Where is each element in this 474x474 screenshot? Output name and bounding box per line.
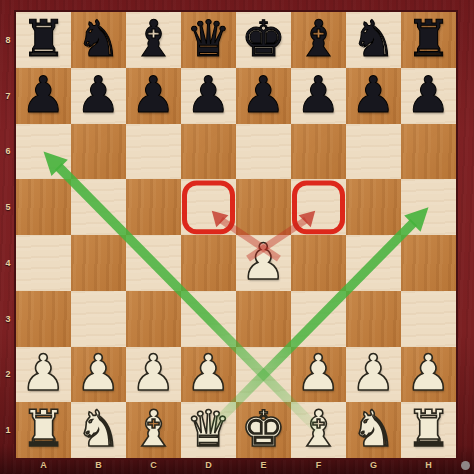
square-d2[interactable]: ♟ — [181, 347, 236, 403]
piece-black-pawn[interactable]: ♟ — [186, 70, 231, 120]
square-g8[interactable]: ♞ — [346, 12, 401, 68]
piece-white-pawn[interactable]: ♟ — [296, 348, 341, 398]
square-e3[interactable] — [236, 291, 291, 347]
rank-label-6: 6 — [0, 124, 16, 180]
square-c6[interactable] — [126, 124, 181, 180]
square-c8[interactable]: ♝ — [126, 12, 181, 68]
square-d5[interactable] — [181, 179, 236, 235]
square-c5[interactable] — [126, 179, 181, 235]
square-b8[interactable]: ♞ — [71, 12, 126, 68]
square-b5[interactable] — [71, 179, 126, 235]
square-e1[interactable]: ♚ — [236, 402, 291, 458]
square-h3[interactable] — [401, 291, 456, 347]
square-e4[interactable]: ♟ — [236, 235, 291, 291]
square-d1[interactable]: ♛ — [181, 402, 236, 458]
piece-black-pawn[interactable]: ♟ — [21, 70, 66, 120]
piece-black-rook[interactable]: ♜ — [21, 14, 66, 64]
file-label-c: C — [126, 458, 181, 471]
square-a5[interactable] — [16, 179, 71, 235]
square-f2[interactable]: ♟ — [291, 347, 346, 403]
board: ♜♞♝♛♚♝♞♜♟♟♟♟♟♟♟♟♟♟♟♟♟♟♟♟♜♞♝♛♚♝♞♜ — [16, 12, 456, 458]
piece-white-bishop[interactable]: ♝ — [131, 404, 176, 454]
square-c3[interactable] — [126, 291, 181, 347]
piece-black-pawn[interactable]: ♟ — [406, 70, 451, 120]
square-a3[interactable] — [16, 291, 71, 347]
square-h2[interactable]: ♟ — [401, 347, 456, 403]
square-d6[interactable] — [181, 124, 236, 180]
rank-label-7: 7 — [0, 68, 16, 124]
square-g6[interactable] — [346, 124, 401, 180]
piece-white-pawn[interactable]: ♟ — [131, 348, 176, 398]
file-label-a: A — [16, 458, 71, 471]
piece-white-queen[interactable]: ♛ — [186, 404, 231, 454]
square-e8[interactable]: ♚ — [236, 12, 291, 68]
piece-white-pawn[interactable]: ♟ — [21, 348, 66, 398]
square-f4[interactable] — [291, 235, 346, 291]
square-f3[interactable] — [291, 291, 346, 347]
file-label-b: B — [71, 458, 126, 471]
piece-black-pawn[interactable]: ♟ — [296, 70, 341, 120]
piece-white-rook[interactable]: ♜ — [406, 404, 451, 454]
square-b4[interactable] — [71, 235, 126, 291]
square-e2[interactable] — [236, 347, 291, 403]
rank-label-3: 3 — [0, 291, 16, 347]
square-c2[interactable]: ♟ — [126, 347, 181, 403]
piece-white-pawn[interactable]: ♟ — [406, 348, 451, 398]
square-h7[interactable]: ♟ — [401, 68, 456, 124]
corner-dot — [461, 461, 470, 470]
piece-black-knight[interactable]: ♞ — [76, 14, 121, 64]
square-g4[interactable] — [346, 235, 401, 291]
piece-white-pawn[interactable]: ♟ — [351, 348, 396, 398]
square-a4[interactable] — [16, 235, 71, 291]
piece-black-rook[interactable]: ♜ — [406, 14, 451, 64]
square-h6[interactable] — [401, 124, 456, 180]
piece-black-knight[interactable]: ♞ — [351, 14, 396, 64]
square-f8[interactable]: ♝ — [291, 12, 346, 68]
piece-black-king[interactable]: ♚ — [241, 14, 286, 64]
piece-black-bishop[interactable]: ♝ — [296, 14, 341, 64]
square-d7[interactable]: ♟ — [181, 68, 236, 124]
piece-white-king[interactable]: ♚ — [241, 404, 286, 454]
rank-label-5: 5 — [0, 179, 16, 235]
square-e5[interactable] — [236, 179, 291, 235]
square-h1[interactable]: ♜ — [401, 402, 456, 458]
square-d4[interactable] — [181, 235, 236, 291]
rank-labels: 87654321 — [0, 12, 16, 458]
file-label-d: D — [181, 458, 236, 471]
file-label-f: F — [291, 458, 346, 471]
square-a6[interactable] — [16, 124, 71, 180]
piece-white-knight[interactable]: ♞ — [76, 404, 121, 454]
square-g5[interactable] — [346, 179, 401, 235]
square-b6[interactable] — [71, 124, 126, 180]
piece-white-pawn[interactable]: ♟ — [76, 348, 121, 398]
square-c7[interactable]: ♟ — [126, 68, 181, 124]
square-g2[interactable]: ♟ — [346, 347, 401, 403]
piece-black-pawn[interactable]: ♟ — [351, 70, 396, 120]
square-b3[interactable] — [71, 291, 126, 347]
file-label-g: G — [346, 458, 401, 471]
square-f7[interactable]: ♟ — [291, 68, 346, 124]
square-h5[interactable] — [401, 179, 456, 235]
square-f6[interactable] — [291, 124, 346, 180]
square-g3[interactable] — [346, 291, 401, 347]
square-c4[interactable] — [126, 235, 181, 291]
piece-black-pawn[interactable]: ♟ — [241, 70, 286, 120]
piece-white-knight[interactable]: ♞ — [351, 404, 396, 454]
piece-white-rook[interactable]: ♜ — [21, 404, 66, 454]
square-a8[interactable]: ♜ — [16, 12, 71, 68]
square-g1[interactable]: ♞ — [346, 402, 401, 458]
rank-label-2: 2 — [0, 347, 16, 403]
square-b2[interactable]: ♟ — [71, 347, 126, 403]
file-label-e: E — [236, 458, 291, 471]
square-h8[interactable]: ♜ — [401, 12, 456, 68]
chess-board-screenshot: ♜♞♝♛♚♝♞♜♟♟♟♟♟♟♟♟♟♟♟♟♟♟♟♟♜♞♝♛♚♝♞♜ 8765432… — [0, 0, 474, 474]
piece-black-pawn[interactable]: ♟ — [131, 70, 176, 120]
square-a1[interactable]: ♜ — [16, 402, 71, 458]
rank-label-8: 8 — [0, 12, 16, 68]
file-labels: ABCDEFGH — [16, 458, 456, 471]
rank-label-1: 1 — [0, 402, 16, 458]
piece-white-bishop[interactable]: ♝ — [296, 404, 341, 454]
file-label-h: H — [401, 458, 456, 471]
piece-black-pawn[interactable]: ♟ — [76, 70, 121, 120]
piece-black-queen[interactable]: ♛ — [186, 14, 231, 64]
square-c1[interactable]: ♝ — [126, 402, 181, 458]
piece-black-bishop[interactable]: ♝ — [131, 14, 176, 64]
square-f1[interactable]: ♝ — [291, 402, 346, 458]
square-d3[interactable] — [181, 291, 236, 347]
square-a2[interactable]: ♟ — [16, 347, 71, 403]
square-e7[interactable]: ♟ — [236, 68, 291, 124]
rank-label-4: 4 — [0, 235, 16, 291]
square-g7[interactable]: ♟ — [346, 68, 401, 124]
square-b1[interactable]: ♞ — [71, 402, 126, 458]
square-b7[interactable]: ♟ — [71, 68, 126, 124]
square-f5[interactable] — [291, 179, 346, 235]
piece-white-pawn[interactable]: ♟ — [186, 348, 231, 398]
square-a7[interactable]: ♟ — [16, 68, 71, 124]
square-h4[interactable] — [401, 235, 456, 291]
piece-white-pawn[interactable]: ♟ — [241, 237, 286, 287]
square-d8[interactable]: ♛ — [181, 12, 236, 68]
square-e6[interactable] — [236, 124, 291, 180]
